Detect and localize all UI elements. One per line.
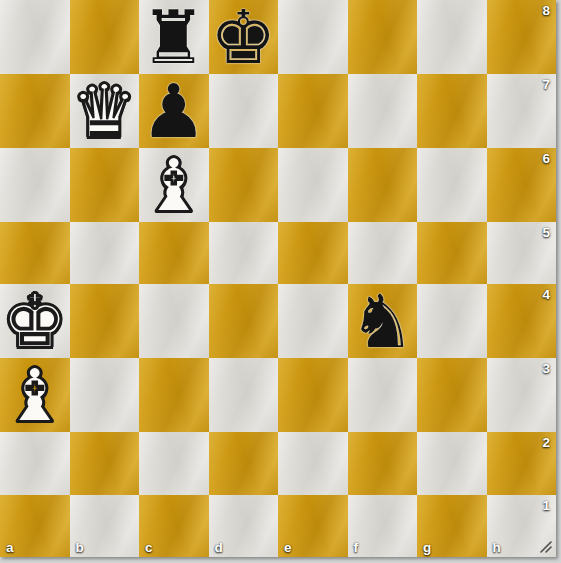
square-d6[interactable] — [209, 148, 279, 222]
square-c1[interactable]: c — [139, 495, 209, 557]
rank-label-5: 5 — [542, 225, 550, 240]
square-c3[interactable] — [139, 358, 209, 432]
square-a3[interactable]: ♝ — [0, 358, 70, 432]
piece-white-bishop[interactable]: ♝ — [141, 148, 207, 222]
rank-label-7: 7 — [542, 77, 550, 92]
file-label-g: g — [423, 540, 431, 555]
square-b6[interactable] — [70, 148, 140, 222]
square-f4[interactable]: ♞ — [348, 284, 418, 358]
square-h8[interactable]: 8 — [487, 0, 557, 74]
square-c5[interactable] — [139, 222, 209, 284]
square-g7[interactable] — [417, 74, 487, 148]
square-d4[interactable] — [209, 284, 279, 358]
file-label-c: c — [145, 540, 153, 555]
chess-board: ♜♚8♛♟7♝65♚♞4♝32abcdefg1h — [0, 0, 556, 557]
square-e5[interactable] — [278, 222, 348, 284]
square-a4[interactable]: ♚ — [0, 284, 70, 358]
square-e1[interactable]: e — [278, 495, 348, 557]
square-f7[interactable] — [348, 74, 418, 148]
square-h1[interactable]: 1h — [487, 495, 557, 557]
square-g3[interactable] — [417, 358, 487, 432]
rank-label-3: 3 — [542, 361, 550, 376]
file-label-h: h — [493, 540, 501, 555]
square-d3[interactable] — [209, 358, 279, 432]
square-c2[interactable] — [139, 432, 209, 494]
square-a8[interactable] — [0, 0, 70, 74]
piece-white-queen[interactable]: ♛ — [71, 74, 137, 148]
square-d2[interactable] — [209, 432, 279, 494]
file-label-e: e — [284, 540, 292, 555]
square-f5[interactable] — [348, 222, 418, 284]
square-a1[interactable]: a — [0, 495, 70, 557]
square-b3[interactable] — [70, 358, 140, 432]
resize-grip-icon[interactable] — [539, 540, 553, 554]
square-h3[interactable]: 3 — [487, 358, 557, 432]
piece-black-rook[interactable]: ♜ — [141, 0, 207, 74]
piece-black-pawn[interactable]: ♟ — [141, 74, 207, 148]
rank-label-2: 2 — [542, 435, 550, 450]
file-label-b: b — [76, 540, 84, 555]
square-a6[interactable] — [0, 148, 70, 222]
square-e2[interactable] — [278, 432, 348, 494]
piece-black-knight[interactable]: ♞ — [349, 284, 415, 358]
square-b2[interactable] — [70, 432, 140, 494]
square-h2[interactable]: 2 — [487, 432, 557, 494]
square-a5[interactable] — [0, 222, 70, 284]
square-c8[interactable]: ♜ — [139, 0, 209, 74]
square-h4[interactable]: 4 — [487, 284, 557, 358]
square-f2[interactable] — [348, 432, 418, 494]
piece-white-bishop[interactable]: ♝ — [2, 358, 68, 432]
square-c7[interactable]: ♟ — [139, 74, 209, 148]
square-b5[interactable] — [70, 222, 140, 284]
square-d5[interactable] — [209, 222, 279, 284]
square-g6[interactable] — [417, 148, 487, 222]
piece-white-king[interactable]: ♚ — [2, 284, 68, 358]
square-h5[interactable]: 5 — [487, 222, 557, 284]
square-e8[interactable] — [278, 0, 348, 74]
rank-label-4: 4 — [542, 287, 550, 302]
piece-black-king[interactable]: ♚ — [210, 0, 276, 74]
file-label-d: d — [215, 540, 223, 555]
square-b1[interactable]: b — [70, 495, 140, 557]
square-g5[interactable] — [417, 222, 487, 284]
square-h6[interactable]: 6 — [487, 148, 557, 222]
page-background: ♜♚8♛♟7♝65♚♞4♝32abcdefg1h — [0, 0, 561, 563]
square-g8[interactable] — [417, 0, 487, 74]
square-g1[interactable]: g — [417, 495, 487, 557]
square-a7[interactable] — [0, 74, 70, 148]
square-f3[interactable] — [348, 358, 418, 432]
square-e4[interactable] — [278, 284, 348, 358]
square-a2[interactable] — [0, 432, 70, 494]
square-c4[interactable] — [139, 284, 209, 358]
square-d1[interactable]: d — [209, 495, 279, 557]
file-label-a: a — [6, 540, 14, 555]
file-label-f: f — [354, 540, 359, 555]
rank-label-1: 1 — [542, 498, 550, 513]
square-f6[interactable] — [348, 148, 418, 222]
square-f8[interactable] — [348, 0, 418, 74]
square-g2[interactable] — [417, 432, 487, 494]
square-b4[interactable] — [70, 284, 140, 358]
square-b7[interactable]: ♛ — [70, 74, 140, 148]
rank-label-6: 6 — [542, 151, 550, 166]
square-g4[interactable] — [417, 284, 487, 358]
square-h7[interactable]: 7 — [487, 74, 557, 148]
rank-label-8: 8 — [542, 3, 550, 18]
square-b8[interactable] — [70, 0, 140, 74]
square-d8[interactable]: ♚ — [209, 0, 279, 74]
square-d7[interactable] — [209, 74, 279, 148]
square-e3[interactable] — [278, 358, 348, 432]
square-e7[interactable] — [278, 74, 348, 148]
square-f1[interactable]: f — [348, 495, 418, 557]
square-c6[interactable]: ♝ — [139, 148, 209, 222]
square-e6[interactable] — [278, 148, 348, 222]
